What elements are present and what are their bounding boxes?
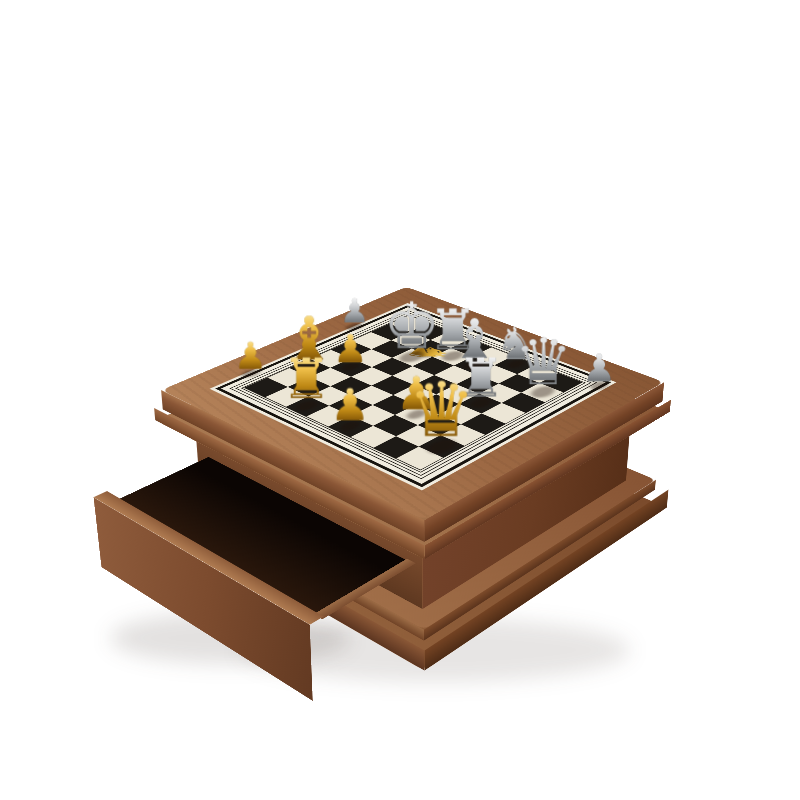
product-photo: ♞ ♝♟♜♟♟♛♟♚♜♜♝♞♛♟♟ — [0, 0, 800, 800]
piece-gold-queen: ♛ — [377, 373, 507, 449]
